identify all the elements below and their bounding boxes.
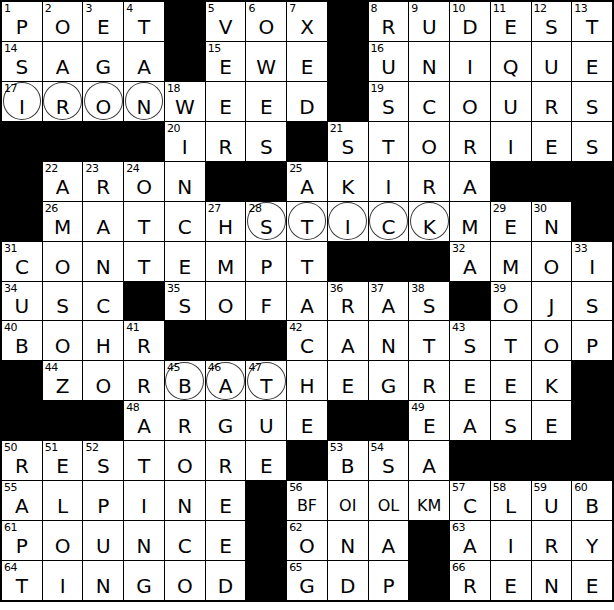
cell-r7c13[interactable]: M bbox=[491, 242, 531, 281]
cell-letter: B bbox=[2, 336, 42, 356]
cell-r4c9[interactable]: 21S bbox=[328, 122, 368, 161]
cell-letter: U bbox=[491, 97, 531, 117]
cell-r15c4[interactable]: G bbox=[124, 561, 164, 600]
cell-r7c6[interactable]: M bbox=[206, 242, 246, 281]
cell-r10c3[interactable]: O bbox=[83, 361, 123, 400]
black-square-r5c7 bbox=[246, 162, 286, 201]
cell-r10c2[interactable]: 44Z bbox=[43, 361, 83, 400]
cell-r9c2[interactable]: O bbox=[43, 321, 83, 360]
cell-r2c2[interactable]: A bbox=[43, 42, 83, 81]
cell-r14c13[interactable]: I bbox=[491, 521, 531, 560]
clue-number: 43 bbox=[452, 321, 465, 334]
black-square-r4c3 bbox=[83, 122, 123, 161]
cell-r15c10[interactable]: P bbox=[369, 561, 409, 600]
cell-r11c14[interactable]: E bbox=[532, 401, 572, 440]
cell-r11c8[interactable]: E bbox=[287, 401, 327, 440]
cell-r5c2[interactable]: 22A bbox=[43, 162, 83, 201]
cell-r12c5[interactable]: O bbox=[165, 441, 205, 480]
black-square-r4c8 bbox=[287, 122, 327, 161]
cell-r12c11[interactable]: A bbox=[409, 441, 449, 480]
cell-letter: A bbox=[450, 416, 490, 436]
cell-r2c13[interactable]: Q bbox=[491, 42, 531, 81]
cell-r8c6[interactable]: O bbox=[206, 282, 246, 321]
cell-r14c15[interactable]: Y bbox=[572, 521, 612, 560]
cell-letter: A bbox=[124, 416, 164, 436]
clue-number: 65 bbox=[289, 561, 302, 574]
cell-r2c11[interactable]: N bbox=[409, 42, 449, 81]
cell-letter: I bbox=[572, 257, 612, 277]
cell-r4c7[interactable]: S bbox=[246, 122, 286, 161]
cell-r12c9[interactable]: 53B bbox=[328, 441, 368, 480]
cell-r10c10[interactable]: G bbox=[369, 361, 409, 400]
cell-r5c12[interactable]: A bbox=[450, 162, 490, 201]
cell-r13c6[interactable]: E bbox=[206, 481, 246, 520]
cell-letter: E bbox=[246, 456, 286, 476]
cell-letter: M bbox=[450, 217, 490, 237]
cell-r10c12[interactable]: E bbox=[450, 361, 490, 400]
cell-r1c14[interactable]: 12S bbox=[532, 2, 572, 41]
black-square-r10c1 bbox=[2, 361, 42, 400]
clue-number: 34 bbox=[4, 282, 17, 295]
cell-r11c13[interactable]: S bbox=[491, 401, 531, 440]
cell-r2c12[interactable]: I bbox=[450, 42, 490, 81]
cell-r7c14[interactable]: O bbox=[532, 242, 572, 281]
cell-r10c11[interactable]: R bbox=[409, 361, 449, 400]
cell-r14c14[interactable]: R bbox=[532, 521, 572, 560]
cell-letter: E bbox=[572, 57, 612, 77]
cell-letter: P bbox=[83, 496, 123, 516]
cell-r13c5[interactable]: N bbox=[165, 481, 205, 520]
cell-r1c15[interactable]: 13T bbox=[572, 2, 612, 41]
cell-r10c4[interactable]: R bbox=[124, 361, 164, 400]
cell-r3c1[interactable]: 17I bbox=[2, 82, 42, 121]
cell-r3c3[interactable]: O bbox=[83, 82, 123, 121]
cell-r11c4[interactable]: 48A bbox=[124, 401, 164, 440]
cell-r8c11[interactable]: 38S bbox=[409, 282, 449, 321]
cell-letter: R bbox=[532, 97, 572, 117]
cell-r3c5[interactable]: 18W bbox=[165, 82, 205, 121]
cell-letter: S bbox=[572, 137, 612, 157]
cell-r10c7[interactable]: 47T bbox=[246, 361, 286, 400]
cell-r4c10[interactable]: T bbox=[369, 122, 409, 161]
cell-r2c4[interactable]: A bbox=[124, 42, 164, 81]
clue-number: 12 bbox=[534, 2, 547, 15]
cell-r6c3[interactable]: A bbox=[83, 202, 123, 241]
cell-letter: N bbox=[328, 536, 368, 556]
cell-r4c11[interactable]: O bbox=[409, 122, 449, 161]
cell-letter: E bbox=[43, 456, 83, 476]
cell-r2c10[interactable]: 16U bbox=[369, 42, 409, 81]
cell-r7c7[interactable]: P bbox=[246, 242, 286, 281]
clue-number: 17 bbox=[4, 82, 17, 95]
cell-letter: S bbox=[246, 217, 286, 237]
cell-r8c15[interactable]: S bbox=[572, 282, 612, 321]
cell-r5c5[interactable]: N bbox=[165, 162, 205, 201]
cell-r12c6[interactable]: R bbox=[206, 441, 246, 480]
cell-letter: E bbox=[165, 257, 205, 277]
cell-letter: A bbox=[409, 456, 449, 476]
cell-r4c12[interactable]: R bbox=[450, 122, 490, 161]
cell-r14c8[interactable]: 62O bbox=[287, 521, 327, 560]
cell-r14c10[interactable]: A bbox=[369, 521, 409, 560]
cell-r10c8[interactable]: H bbox=[287, 361, 327, 400]
cell-r10c6[interactable]: 46A bbox=[206, 361, 246, 400]
black-square-r9c7 bbox=[246, 321, 286, 360]
cell-r10c13[interactable]: E bbox=[491, 361, 531, 400]
clue-number: 45 bbox=[167, 361, 180, 374]
cell-r3c11[interactable]: C bbox=[409, 82, 449, 121]
cell-r7c15[interactable]: 33I bbox=[572, 242, 612, 281]
clue-number: 31 bbox=[4, 242, 17, 255]
cell-r14c3[interactable]: U bbox=[83, 521, 123, 560]
cell-r4c15[interactable]: S bbox=[572, 122, 612, 161]
cell-r6c10[interactable]: C bbox=[369, 202, 409, 241]
clue-number: 22 bbox=[45, 162, 58, 175]
cell-letter: R bbox=[206, 456, 246, 476]
cell-letter: A bbox=[369, 296, 409, 316]
cell-r11c7[interactable]: U bbox=[246, 401, 286, 440]
black-square-r1c5 bbox=[165, 2, 205, 41]
cell-r3c4[interactable]: N bbox=[124, 82, 164, 121]
cell-r6c8[interactable]: T bbox=[287, 202, 327, 241]
cell-r15c6[interactable]: D bbox=[206, 561, 246, 600]
cell-r1c2[interactable]: 2O bbox=[43, 2, 83, 41]
cell-letter: E bbox=[246, 97, 286, 117]
cell-r5c11[interactable]: R bbox=[409, 162, 449, 201]
black-square-r2c5 bbox=[165, 42, 205, 81]
cell-letter: S bbox=[369, 97, 409, 117]
black-square-r7c10 bbox=[369, 242, 409, 281]
cell-r15c15[interactable]: E bbox=[572, 561, 612, 600]
cell-r2c1[interactable]: 14S bbox=[2, 42, 42, 81]
cell-r9c14[interactable]: O bbox=[532, 321, 572, 360]
cell-r15c14[interactable]: N bbox=[532, 561, 572, 600]
cell-letter: E bbox=[287, 57, 327, 77]
cell-letter: I bbox=[491, 536, 531, 556]
cell-r7c1[interactable]: 31C bbox=[2, 242, 42, 281]
cell-r3c8[interactable]: D bbox=[287, 82, 327, 121]
cell-r7c8[interactable]: T bbox=[287, 242, 327, 281]
cell-r2c7[interactable]: W bbox=[246, 42, 286, 81]
cell-letter: T bbox=[409, 336, 449, 356]
cell-r8c3[interactable]: C bbox=[83, 282, 123, 321]
cell-letter: E bbox=[532, 416, 572, 436]
cell-r9c11[interactable]: T bbox=[409, 321, 449, 360]
cell-r13c11[interactable]: KM bbox=[409, 481, 449, 520]
cell-r15c8[interactable]: 65G bbox=[287, 561, 327, 600]
cell-r10c9[interactable]: E bbox=[328, 361, 368, 400]
cell-letter: O bbox=[43, 257, 83, 277]
cell-letter: O bbox=[83, 376, 123, 396]
cell-r6c4[interactable]: T bbox=[124, 202, 164, 241]
cell-r1c11[interactable]: 9U bbox=[409, 2, 449, 41]
cell-r12c7[interactable]: E bbox=[246, 441, 286, 480]
cell-r6c2[interactable]: 26M bbox=[43, 202, 83, 241]
clue-number: 46 bbox=[208, 361, 221, 374]
cell-letter: A bbox=[43, 57, 83, 77]
cell-letter: OL bbox=[369, 498, 409, 514]
black-square-r9c5 bbox=[165, 321, 205, 360]
cell-letter: O bbox=[83, 97, 123, 117]
cell-letter: C bbox=[83, 296, 123, 316]
cell-letter: K bbox=[409, 217, 449, 237]
cell-r15c12[interactable]: 66R bbox=[450, 561, 490, 600]
black-square-r15c7 bbox=[246, 561, 286, 600]
cell-r11c5[interactable]: R bbox=[165, 401, 205, 440]
cell-r12c3[interactable]: 52S bbox=[83, 441, 123, 480]
clue-number: 61 bbox=[4, 521, 17, 534]
cell-r2c8[interactable]: E bbox=[287, 42, 327, 81]
cell-r3c6[interactable]: E bbox=[206, 82, 246, 121]
cell-r9c10[interactable]: N bbox=[369, 321, 409, 360]
cell-r3c2[interactable]: R bbox=[43, 82, 83, 121]
cell-r11c6[interactable]: G bbox=[206, 401, 246, 440]
cell-letter: S bbox=[532, 17, 572, 37]
black-square-r1c9 bbox=[328, 2, 368, 41]
cell-letter: R bbox=[532, 536, 572, 556]
clue-number: 56 bbox=[289, 481, 302, 494]
cell-letter: T bbox=[124, 257, 164, 277]
cell-letter: R bbox=[206, 137, 246, 157]
cell-r13c1[interactable]: 55A bbox=[2, 481, 42, 520]
cell-r15c2[interactable]: I bbox=[43, 561, 83, 600]
cell-r7c3[interactable]: N bbox=[83, 242, 123, 281]
cell-r5c3[interactable]: 23R bbox=[83, 162, 123, 201]
cell-r13c2[interactable]: L bbox=[43, 481, 83, 520]
cell-letter: C bbox=[369, 217, 409, 237]
cell-r12c4[interactable]: T bbox=[124, 441, 164, 480]
cell-r8c2[interactable]: S bbox=[43, 282, 83, 321]
cell-r9c3[interactable]: H bbox=[83, 321, 123, 360]
cell-letter: C bbox=[409, 97, 449, 117]
clue-number: 64 bbox=[4, 561, 17, 574]
cell-letter: S bbox=[83, 456, 123, 476]
cell-r8c5[interactable]: 35S bbox=[165, 282, 205, 321]
cell-letter: T bbox=[572, 17, 612, 37]
cell-r6c14[interactable]: 30N bbox=[532, 202, 572, 241]
cell-r14c9[interactable]: N bbox=[328, 521, 368, 560]
cell-r5c4[interactable]: 24O bbox=[124, 162, 164, 201]
cell-letter: P bbox=[572, 336, 612, 356]
cell-r1c4[interactable]: 4T bbox=[124, 2, 164, 41]
cell-letter: E bbox=[491, 576, 531, 596]
cell-r13c9[interactable]: OI bbox=[328, 481, 368, 520]
cell-r5c9[interactable]: K bbox=[328, 162, 368, 201]
cell-r14c1[interactable]: 61P bbox=[2, 521, 42, 560]
cell-r14c4[interactable]: N bbox=[124, 521, 164, 560]
cell-r14c12[interactable]: 63A bbox=[450, 521, 490, 560]
clue-number: 37 bbox=[371, 282, 384, 295]
cell-r6c9[interactable]: I bbox=[328, 202, 368, 241]
clue-number: 28 bbox=[248, 202, 261, 215]
cell-r7c2[interactable]: O bbox=[43, 242, 83, 281]
clue-number: 23 bbox=[85, 162, 98, 175]
cell-r1c1[interactable]: 1P bbox=[2, 2, 42, 41]
cell-r6c7[interactable]: 28S bbox=[246, 202, 286, 241]
cell-r9c1[interactable]: 40B bbox=[2, 321, 42, 360]
cell-r13c3[interactable]: P bbox=[83, 481, 123, 520]
cell-r12c10[interactable]: 54S bbox=[369, 441, 409, 480]
black-square-r5c6 bbox=[206, 162, 246, 201]
clue-number: 63 bbox=[452, 521, 465, 534]
cell-r8c8[interactable]: A bbox=[287, 282, 327, 321]
cell-r8c7[interactable]: F bbox=[246, 282, 286, 321]
cell-r1c10[interactable]: 8R bbox=[369, 2, 409, 41]
black-square-r7c11 bbox=[409, 242, 449, 281]
cell-r1c8[interactable]: 7X bbox=[287, 2, 327, 41]
cell-r9c15[interactable]: P bbox=[572, 321, 612, 360]
cell-r12c1[interactable]: 50R bbox=[2, 441, 42, 480]
cell-r14c6[interactable]: E bbox=[206, 521, 246, 560]
cell-letter: B bbox=[572, 496, 612, 516]
clue-number: 57 bbox=[452, 481, 465, 494]
black-square-r12c15 bbox=[572, 441, 612, 480]
cell-letter: KM bbox=[409, 498, 449, 514]
cell-r10c5[interactable]: 45B bbox=[165, 361, 205, 400]
clue-number: 5 bbox=[208, 2, 215, 15]
cell-letter: O bbox=[287, 536, 327, 556]
clue-number: 60 bbox=[574, 481, 587, 494]
cell-letter: A bbox=[287, 296, 327, 316]
cell-letter: R bbox=[83, 177, 123, 197]
cell-r6c5[interactable]: C bbox=[165, 202, 205, 241]
cell-r3c10[interactable]: 19S bbox=[369, 82, 409, 121]
cell-r2c6[interactable]: 15E bbox=[206, 42, 246, 81]
cell-r1c12[interactable]: 10D bbox=[450, 2, 490, 41]
black-square-r9c6 bbox=[206, 321, 246, 360]
cell-letter: N bbox=[532, 217, 572, 237]
cell-r3c14[interactable]: R bbox=[532, 82, 572, 121]
cell-r4c6[interactable]: R bbox=[206, 122, 246, 161]
cell-letter: A bbox=[450, 177, 490, 197]
cell-letter: P bbox=[2, 17, 42, 37]
cell-r15c1[interactable]: 64T bbox=[2, 561, 42, 600]
cell-r11c12[interactable]: A bbox=[450, 401, 490, 440]
cell-r9c12[interactable]: 43S bbox=[450, 321, 490, 360]
cell-letter: T bbox=[124, 456, 164, 476]
cell-r15c13[interactable]: E bbox=[491, 561, 531, 600]
cell-letter: E bbox=[572, 576, 612, 596]
cell-r7c12[interactable]: 32A bbox=[450, 242, 490, 281]
cell-r13c8[interactable]: 56BF bbox=[287, 481, 327, 520]
cell-r13c15[interactable]: 60B bbox=[572, 481, 612, 520]
cell-r3c15[interactable]: S bbox=[572, 82, 612, 121]
clue-number: 51 bbox=[45, 441, 58, 454]
cell-r1c13[interactable]: 11E bbox=[491, 2, 531, 41]
cell-r12c2[interactable]: 51E bbox=[43, 441, 83, 480]
clue-number: 1 bbox=[4, 2, 11, 15]
cell-r6c6[interactable]: 27H bbox=[206, 202, 246, 241]
cell-r2c14[interactable]: U bbox=[532, 42, 572, 81]
cell-letter: B bbox=[165, 376, 205, 396]
cell-r1c3[interactable]: 3E bbox=[83, 2, 123, 41]
cell-letter: L bbox=[491, 496, 531, 516]
cell-r4c14[interactable]: E bbox=[532, 122, 572, 161]
cell-letter: U bbox=[532, 57, 572, 77]
cell-r2c15[interactable]: E bbox=[572, 42, 612, 81]
cell-letter: E bbox=[491, 376, 531, 396]
cell-r1c7[interactable]: 6O bbox=[246, 2, 286, 41]
cell-letter: R bbox=[409, 177, 449, 197]
cell-letter: G bbox=[287, 576, 327, 596]
cell-letter: E bbox=[491, 217, 531, 237]
cell-r9c13[interactable]: T bbox=[491, 321, 531, 360]
cell-letter: X bbox=[287, 17, 327, 37]
cell-r15c3[interactable]: N bbox=[83, 561, 123, 600]
cell-letter: H bbox=[83, 336, 123, 356]
clue-number: 50 bbox=[4, 441, 17, 454]
cell-letter: I bbox=[2, 97, 42, 117]
cell-r3c12[interactable]: O bbox=[450, 82, 490, 121]
black-square-r6c1 bbox=[2, 202, 42, 241]
cell-letter: S bbox=[43, 296, 83, 316]
cell-letter: S bbox=[165, 296, 205, 316]
cell-r8c13[interactable]: 39O bbox=[491, 282, 531, 321]
cell-r9c8[interactable]: 42C bbox=[287, 321, 327, 360]
cell-r13c10[interactable]: OL bbox=[369, 481, 409, 520]
cell-letter: C bbox=[165, 217, 205, 237]
cell-r4c13[interactable]: I bbox=[491, 122, 531, 161]
cell-letter: A bbox=[450, 257, 490, 277]
cell-r14c5[interactable]: C bbox=[165, 521, 205, 560]
cell-r2c3[interactable]: G bbox=[83, 42, 123, 81]
cell-letter: C bbox=[450, 496, 490, 516]
cell-r5c10[interactable]: I bbox=[369, 162, 409, 201]
cell-r7c5[interactable]: E bbox=[165, 242, 205, 281]
cell-r7c4[interactable]: T bbox=[124, 242, 164, 281]
cell-r8c1[interactable]: 34U bbox=[2, 282, 42, 321]
cell-r13c12[interactable]: 57C bbox=[450, 481, 490, 520]
cell-r10c14[interactable]: K bbox=[532, 361, 572, 400]
cell-letter: M bbox=[491, 257, 531, 277]
cell-letter: D bbox=[450, 17, 490, 37]
cell-letter: K bbox=[532, 376, 572, 396]
cell-r3c7[interactable]: E bbox=[246, 82, 286, 121]
cell-r13c14[interactable]: 59U bbox=[532, 481, 572, 520]
cell-r6c12[interactable]: M bbox=[450, 202, 490, 241]
clue-number: 30 bbox=[534, 202, 547, 215]
cell-r4c5[interactable]: 20I bbox=[165, 122, 205, 161]
clue-number: 58 bbox=[493, 481, 506, 494]
cell-letter: I bbox=[43, 576, 83, 596]
cell-r13c4[interactable]: I bbox=[124, 481, 164, 520]
cell-r8c14[interactable]: J bbox=[532, 282, 572, 321]
cell-r6c11[interactable]: K bbox=[409, 202, 449, 241]
cell-r9c4[interactable]: 41R bbox=[124, 321, 164, 360]
cell-r15c9[interactable]: D bbox=[328, 561, 368, 600]
cell-letter: H bbox=[287, 376, 327, 396]
cell-r1c6[interactable]: 5V bbox=[206, 2, 246, 41]
cell-r11c11[interactable]: 49E bbox=[409, 401, 449, 440]
cell-letter: U bbox=[409, 17, 449, 37]
cell-r14c2[interactable]: O bbox=[43, 521, 83, 560]
cell-r5c8[interactable]: 25A bbox=[287, 162, 327, 201]
cell-letter: OI bbox=[328, 498, 368, 514]
cell-letter: L bbox=[43, 496, 83, 516]
cell-letter: U bbox=[83, 536, 123, 556]
cell-r8c9[interactable]: 36R bbox=[328, 282, 368, 321]
cell-r6c13[interactable]: 29E bbox=[491, 202, 531, 241]
cell-r15c5[interactable]: O bbox=[165, 561, 205, 600]
cell-letter: R bbox=[124, 376, 164, 396]
black-square-r5c14 bbox=[532, 162, 572, 201]
cell-r13c13[interactable]: 58L bbox=[491, 481, 531, 520]
cell-letter: E bbox=[206, 536, 246, 556]
cell-r8c10[interactable]: 37A bbox=[369, 282, 409, 321]
cell-letter: S bbox=[409, 296, 449, 316]
cell-r9c9[interactable]: A bbox=[328, 321, 368, 360]
cell-r3c13[interactable]: U bbox=[491, 82, 531, 121]
